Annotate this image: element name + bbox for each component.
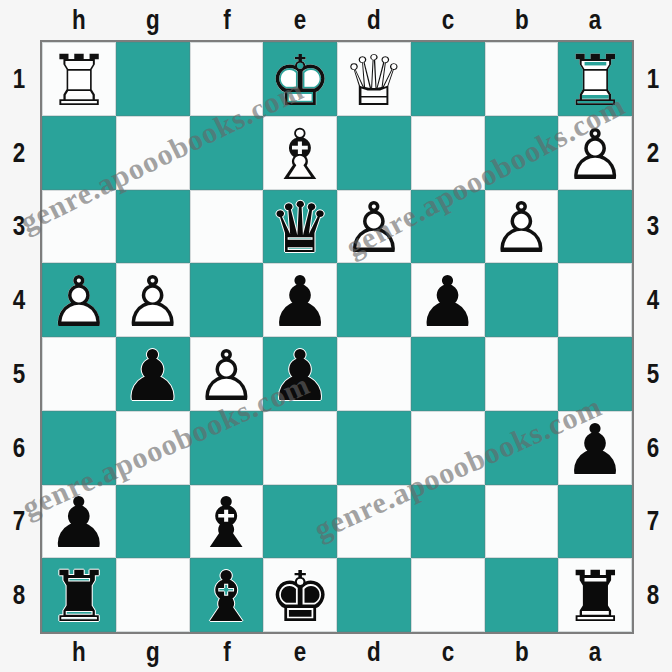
file-label-bottom-f: f	[197, 633, 256, 671]
file-label-top-d: d	[344, 1, 403, 39]
square-c4: ♟	[411, 263, 485, 337]
square-g4: ♟♙	[116, 263, 190, 337]
square-c1	[411, 42, 485, 116]
square-d1: ♛♕	[337, 42, 411, 116]
rank-label-left-1: 1	[4, 42, 34, 116]
white-pawn-piece: ♟♙	[195, 341, 258, 411]
square-h1: ♜♖	[42, 42, 116, 116]
square-b4	[485, 263, 559, 337]
white-king-piece: ♚♔	[269, 46, 332, 116]
black-pawn-piece: ♟	[564, 415, 627, 485]
piece-outline-glyph: ♙	[490, 187, 553, 269]
square-a4	[558, 263, 632, 337]
black-queen-piece: ♛	[269, 193, 332, 263]
piece-outline-glyph: ♙	[564, 114, 627, 196]
file-label-bottom-h: h	[49, 633, 108, 671]
rank-label-left-6: 6	[4, 411, 34, 485]
rank-labels-left: 12345678	[0, 42, 38, 632]
file-label-bottom-b: b	[492, 633, 551, 671]
square-e4: ♟	[263, 263, 337, 337]
file-labels-bottom: hgfedcba	[42, 633, 632, 671]
square-c6	[411, 411, 485, 485]
square-h3	[42, 190, 116, 264]
square-g8	[116, 558, 190, 632]
rank-label-right-7: 7	[638, 485, 668, 559]
piece-outline-glyph: ♔	[269, 40, 332, 122]
rank-label-left-5: 5	[4, 337, 34, 411]
square-c5	[411, 337, 485, 411]
file-label-bottom-g: g	[123, 633, 182, 671]
white-pawn-piece: ♟♙	[564, 120, 627, 190]
square-h5	[42, 337, 116, 411]
rank-label-left-4: 4	[4, 263, 34, 337]
white-pawn-piece: ♟♙	[121, 267, 184, 337]
white-rook-piece: ♜♖	[47, 46, 110, 116]
square-b3: ♟♙	[485, 190, 559, 264]
square-d5	[337, 337, 411, 411]
white-pawn-piece: ♟♙	[47, 267, 110, 337]
black-pawn-piece: ♟	[416, 267, 479, 337]
square-b1	[485, 42, 559, 116]
square-g2	[116, 116, 190, 190]
square-c2	[411, 116, 485, 190]
file-label-top-g: g	[123, 1, 182, 39]
file-label-bottom-d: d	[344, 633, 403, 671]
square-b2	[485, 116, 559, 190]
square-f8: ♝	[190, 558, 264, 632]
square-e5: ♟	[263, 337, 337, 411]
rank-labels-right: 12345678	[634, 42, 672, 632]
piece-outline-glyph: ♙	[195, 335, 258, 417]
square-h6	[42, 411, 116, 485]
piece-glyph: ♜	[47, 556, 110, 638]
square-e8: ♚	[263, 558, 337, 632]
black-rook-piece: ♜	[564, 562, 627, 632]
piece-outline-glyph: ♖	[47, 40, 110, 122]
square-d8	[337, 558, 411, 632]
piece-outline-glyph: ♕	[342, 40, 405, 122]
square-d6	[337, 411, 411, 485]
square-e3: ♛	[263, 190, 337, 264]
file-label-bottom-e: e	[271, 633, 330, 671]
black-king-piece: ♚	[269, 562, 332, 632]
rank-label-left-8: 8	[4, 558, 34, 632]
square-g6	[116, 411, 190, 485]
white-rook-piece: ♜♖	[564, 46, 627, 116]
rank-label-right-4: 4	[638, 263, 668, 337]
piece-glyph: ♝	[195, 482, 258, 564]
file-label-bottom-c: c	[418, 633, 477, 671]
square-a7	[558, 485, 632, 559]
piece-glyph: ♜	[564, 556, 627, 638]
square-a2: ♟♙	[558, 116, 632, 190]
piece-outline-glyph: ♙	[47, 261, 110, 343]
rank-label-right-1: 1	[638, 42, 668, 116]
square-b6	[485, 411, 559, 485]
square-b5	[485, 337, 559, 411]
piece-glyph: ♟	[269, 261, 332, 343]
piece-glyph: ♚	[269, 556, 332, 638]
square-b8	[485, 558, 559, 632]
square-e6	[263, 411, 337, 485]
file-label-top-e: e	[271, 1, 330, 39]
black-bishop-piece: ♝	[195, 562, 258, 632]
piece-outline-glyph: ♙	[121, 261, 184, 343]
black-pawn-piece: ♟	[47, 488, 110, 558]
file-label-top-h: h	[49, 1, 108, 39]
rank-label-right-6: 6	[638, 411, 668, 485]
white-pawn-piece: ♟♙	[342, 193, 405, 263]
piece-outline-glyph: ♙	[342, 187, 405, 269]
file-label-top-b: b	[492, 1, 551, 39]
piece-glyph: ♛	[269, 187, 332, 269]
white-bishop-piece: ♝♗	[269, 120, 332, 190]
file-label-bottom-a: a	[566, 633, 625, 671]
square-e1: ♚♔	[263, 42, 337, 116]
square-g7	[116, 485, 190, 559]
square-e7	[263, 485, 337, 559]
page: { "game": "chess", "position": { "fen": …	[0, 0, 672, 672]
file-label-top-f: f	[197, 1, 256, 39]
rank-label-right-5: 5	[638, 337, 668, 411]
square-d7	[337, 485, 411, 559]
square-h7: ♟	[42, 485, 116, 559]
square-f2	[190, 116, 264, 190]
piece-glyph: ♟	[121, 335, 184, 417]
rank-label-left-2: 2	[4, 116, 34, 190]
square-d3: ♟♙	[337, 190, 411, 264]
square-b7	[485, 485, 559, 559]
rank-label-left-3: 3	[4, 190, 34, 264]
square-e2: ♝♗	[263, 116, 337, 190]
square-f5: ♟♙	[190, 337, 264, 411]
square-f6	[190, 411, 264, 485]
white-pawn-piece: ♟♙	[490, 193, 553, 263]
square-g5: ♟	[116, 337, 190, 411]
square-h8: ♜	[42, 558, 116, 632]
square-a6: ♟	[558, 411, 632, 485]
square-f1	[190, 42, 264, 116]
piece-glyph: ♟	[47, 482, 110, 564]
square-h4: ♟♙	[42, 263, 116, 337]
file-label-top-a: a	[566, 1, 625, 39]
square-h2	[42, 116, 116, 190]
square-d2	[337, 116, 411, 190]
black-pawn-piece: ♟	[269, 267, 332, 337]
piece-outline-glyph: ♖	[564, 40, 627, 122]
rank-label-left-7: 7	[4, 485, 34, 559]
square-d4	[337, 263, 411, 337]
piece-glyph: ♟	[564, 409, 627, 491]
piece-glyph: ♟	[416, 261, 479, 343]
black-pawn-piece: ♟	[121, 341, 184, 411]
file-label-top-c: c	[418, 1, 477, 39]
black-pawn-piece: ♟	[269, 341, 332, 411]
piece-outline-glyph: ♗	[269, 114, 332, 196]
rank-label-right-3: 3	[638, 190, 668, 264]
square-a5	[558, 337, 632, 411]
square-g1	[116, 42, 190, 116]
square-g3	[116, 190, 190, 264]
square-a3	[558, 190, 632, 264]
square-f3	[190, 190, 264, 264]
rank-label-right-2: 2	[638, 116, 668, 190]
rank-label-right-8: 8	[638, 558, 668, 632]
black-rook-piece: ♜	[47, 562, 110, 632]
chess-board: ♜♖♚♔♛♕♜♖♝♗♟♙♛♟♙♟♙♟♙♟♙♟♟♟♟♙♟♟♟♝♜♝♚♜	[40, 40, 634, 634]
piece-glyph: ♝	[195, 556, 258, 638]
black-bishop-piece: ♝	[195, 488, 258, 558]
square-f4	[190, 263, 264, 337]
white-queen-piece: ♛♕	[342, 46, 405, 116]
square-a8: ♜	[558, 558, 632, 632]
piece-glyph: ♟	[269, 335, 332, 417]
square-a1: ♜♖	[558, 42, 632, 116]
square-f7: ♝	[190, 485, 264, 559]
square-c7	[411, 485, 485, 559]
file-labels-top: hgfedcba	[42, 1, 632, 39]
square-c3	[411, 190, 485, 264]
square-c8	[411, 558, 485, 632]
